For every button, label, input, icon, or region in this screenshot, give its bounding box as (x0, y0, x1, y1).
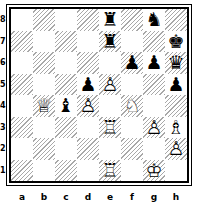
file-label-f: f (121, 191, 143, 203)
square-g5 (143, 74, 165, 96)
square-c8 (55, 9, 77, 31)
square-h4 (165, 95, 187, 117)
square-f6: ♟ (121, 52, 143, 74)
square-a8 (11, 9, 33, 31)
square-f7 (121, 31, 143, 53)
rank-label-8: 8 (0, 9, 6, 31)
square-a1 (11, 160, 33, 182)
black-pawn: ♟ (143, 52, 165, 74)
square-g1: ♔ (143, 160, 165, 182)
square-b7 (33, 31, 55, 53)
file-label-a: a (11, 191, 33, 203)
file-label-b: b (33, 191, 55, 203)
square-d1 (77, 160, 99, 182)
white-knight: ♘ (121, 95, 143, 117)
black-queen: ♛ (165, 52, 187, 74)
square-e6 (99, 52, 121, 74)
square-b4: ♕ (33, 95, 55, 117)
square-f5 (121, 74, 143, 96)
file-label-d: d (77, 191, 99, 203)
rank-labels: 87654321 (0, 9, 5, 181)
black-pawn: ♟ (77, 74, 99, 96)
file-labels: abcdefgh (11, 191, 187, 203)
rank-label-4: 4 (0, 95, 6, 117)
square-h5: ♟ (165, 74, 187, 96)
white-pawn: ♙ (77, 95, 99, 117)
file-label-c: c (55, 191, 77, 203)
square-d8 (77, 9, 99, 31)
square-a5 (11, 74, 33, 96)
rank-label-1: 1 (0, 160, 6, 182)
black-bishop: ♝ (55, 95, 77, 117)
square-d3 (77, 117, 99, 139)
board-inner-frame: ♜♞♜♚♟♟♛♟♙♟♕♝♙♘♖♙♗♙♖♔ (9, 7, 189, 183)
white-pawn: ♙ (99, 74, 121, 96)
square-a7 (11, 31, 33, 53)
square-a2 (11, 138, 33, 160)
rank-label-3: 3 (0, 117, 6, 139)
square-g7 (143, 31, 165, 53)
square-g2 (143, 138, 165, 160)
black-rook: ♜ (99, 9, 121, 31)
board-frame: ♜♞♜♚♟♟♛♟♙♟♕♝♙♘♖♙♗♙♖♔ (6, 4, 192, 186)
square-f8 (121, 9, 143, 31)
square-b2 (33, 138, 55, 160)
square-d5: ♟ (77, 74, 99, 96)
square-f1 (121, 160, 143, 182)
white-queen: ♕ (33, 95, 55, 117)
square-g8: ♞ (143, 9, 165, 31)
square-c4: ♝ (55, 95, 77, 117)
square-c5 (55, 74, 77, 96)
white-pawn: ♙ (165, 138, 187, 160)
square-c3 (55, 117, 77, 139)
black-rook: ♜ (99, 31, 121, 53)
square-h3: ♗ (165, 117, 187, 139)
square-h6: ♛ (165, 52, 187, 74)
white-king: ♔ (143, 160, 165, 182)
square-e4 (99, 95, 121, 117)
black-knight: ♞ (143, 9, 165, 31)
square-b1 (33, 160, 55, 182)
file-label-h: h (165, 191, 187, 203)
square-h7: ♚ (165, 31, 187, 53)
square-e2 (99, 138, 121, 160)
square-d7 (77, 31, 99, 53)
square-h1 (165, 160, 187, 182)
rank-label-2: 2 (0, 138, 6, 160)
file-label-g: g (143, 191, 165, 203)
white-rook: ♖ (99, 117, 121, 139)
square-b8 (33, 9, 55, 31)
black-pawn: ♟ (121, 52, 143, 74)
square-c6 (55, 52, 77, 74)
black-pawn: ♟ (165, 74, 187, 96)
square-e7: ♜ (99, 31, 121, 53)
square-a6 (11, 52, 33, 74)
square-a4 (11, 95, 33, 117)
square-a3 (11, 117, 33, 139)
square-e1: ♖ (99, 160, 121, 182)
square-d4: ♙ (77, 95, 99, 117)
file-label-e: e (99, 191, 121, 203)
white-pawn: ♙ (143, 117, 165, 139)
square-h2: ♙ (165, 138, 187, 160)
black-king: ♚ (165, 31, 187, 53)
square-f2 (121, 138, 143, 160)
square-d6 (77, 52, 99, 74)
square-c1 (55, 160, 77, 182)
square-c7 (55, 31, 77, 53)
square-b3 (33, 117, 55, 139)
rank-label-5: 5 (0, 74, 6, 96)
square-g6: ♟ (143, 52, 165, 74)
white-rook: ♖ (99, 160, 121, 182)
square-d2 (77, 138, 99, 160)
square-e8: ♜ (99, 9, 121, 31)
square-h8 (165, 9, 187, 31)
square-b5 (33, 74, 55, 96)
rank-label-6: 6 (0, 52, 6, 74)
square-f4: ♘ (121, 95, 143, 117)
white-bishop: ♗ (165, 117, 187, 139)
square-g3: ♙ (143, 117, 165, 139)
rank-label-7: 7 (0, 31, 6, 53)
square-f3 (121, 117, 143, 139)
square-e3: ♖ (99, 117, 121, 139)
chess-board: ♜♞♜♚♟♟♛♟♙♟♕♝♙♘♖♙♗♙♖♔ (11, 9, 187, 181)
square-g4 (143, 95, 165, 117)
square-b6 (33, 52, 55, 74)
square-c2 (55, 138, 77, 160)
square-e5: ♙ (99, 74, 121, 96)
